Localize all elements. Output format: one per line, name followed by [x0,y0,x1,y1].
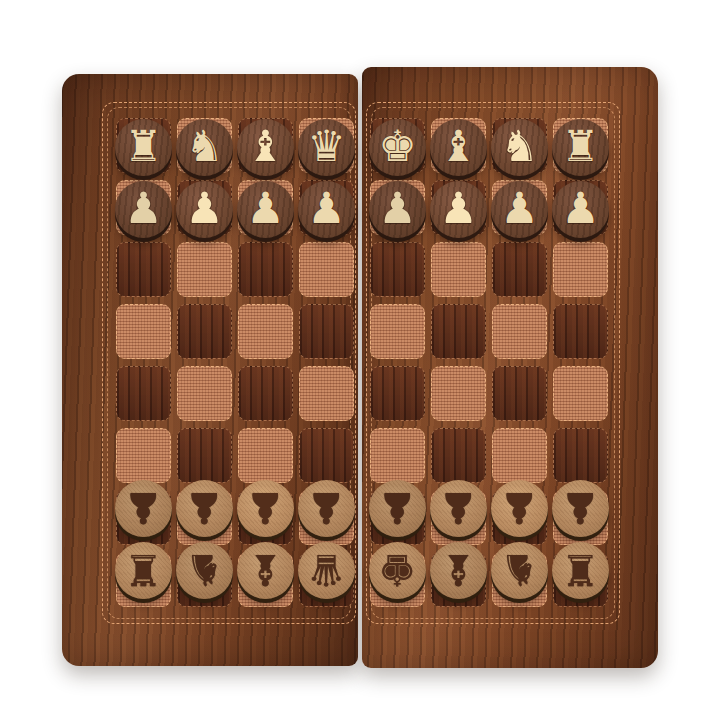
square-g3[interactable] [492,428,547,483]
piece-white-queen[interactable]: ♛ [298,542,355,599]
square-g6[interactable] [492,242,547,297]
square-e6[interactable] [370,242,425,297]
rook-glyph: ♜ [561,125,600,168]
piece-white-knight[interactable]: ♞ [176,542,233,599]
piece-black-bishop[interactable]: ♝ [430,119,487,176]
pawn-glyph: ♟ [378,187,417,230]
piece-white-pawn[interactable]: ♟ [369,480,426,537]
pawn-glyph: ♟ [500,187,539,230]
square-b3[interactable] [177,428,232,483]
square-g4[interactable] [492,366,547,421]
square-h8[interactable]: ♜ [553,118,608,173]
square-b7[interactable]: ♟ [177,180,232,235]
square-h7[interactable]: ♟ [553,180,608,235]
piece-white-pawn[interactable]: ♟ [552,480,609,537]
queen-glyph: ♛ [307,125,346,168]
piece-white-bishop[interactable]: ♝ [237,542,294,599]
square-a5[interactable] [116,304,171,359]
piece-black-rook[interactable]: ♜ [552,119,609,176]
square-c6[interactable] [238,242,293,297]
square-h4[interactable] [553,366,608,421]
square-c3[interactable] [238,428,293,483]
board-grid-left: ♜♞♝♛♟♟♟♟♟♟♟♟♜♞♝♛ [116,118,354,607]
pawn-glyph: ♟ [307,187,346,230]
square-b1[interactable]: ♞ [177,552,232,607]
rook-glyph: ♜ [124,548,163,591]
pawn-glyph: ♟ [500,486,539,529]
square-c1[interactable]: ♝ [238,552,293,607]
square-g7[interactable]: ♟ [492,180,547,235]
square-d7[interactable]: ♟ [299,180,354,235]
square-h1[interactable]: ♜ [553,552,608,607]
square-f7[interactable]: ♟ [431,180,486,235]
piece-black-knight[interactable]: ♞ [491,119,548,176]
knight-glyph: ♞ [185,548,224,591]
square-e5[interactable] [370,304,425,359]
rook-glyph: ♜ [124,125,163,168]
square-d8[interactable]: ♛ [299,118,354,173]
square-c2[interactable]: ♟ [238,490,293,545]
piece-white-pawn[interactable]: ♟ [491,480,548,537]
square-a8[interactable]: ♜ [116,118,171,173]
knight-glyph: ♞ [500,548,539,591]
pawn-glyph: ♟ [439,187,478,230]
pawn-glyph: ♟ [561,187,600,230]
pawn-glyph: ♟ [185,486,224,529]
piece-black-pawn[interactable]: ♟ [176,181,233,238]
square-b4[interactable] [177,366,232,421]
square-f4[interactable] [431,366,486,421]
square-d6[interactable] [299,242,354,297]
piece-black-king[interactable]: ♚ [369,119,426,176]
piece-black-knight[interactable]: ♞ [176,119,233,176]
square-a6[interactable] [116,242,171,297]
square-d2[interactable]: ♟ [299,490,354,545]
square-a3[interactable] [116,428,171,483]
bishop-glyph: ♝ [246,125,285,168]
pawn-glyph: ♟ [378,486,417,529]
pawn-glyph: ♟ [307,486,346,529]
piece-white-pawn[interactable]: ♟ [115,480,172,537]
knight-glyph: ♞ [185,125,224,168]
piece-black-pawn[interactable]: ♟ [115,181,172,238]
king-glyph: ♚ [378,125,417,168]
piece-white-pawn[interactable]: ♟ [237,480,294,537]
bishop-glyph: ♝ [439,125,478,168]
piece-white-rook[interactable]: ♜ [115,542,172,599]
piece-white-pawn[interactable]: ♟ [298,480,355,537]
square-e8[interactable]: ♚ [370,118,425,173]
square-d1[interactable]: ♛ [299,552,354,607]
piece-white-pawn[interactable]: ♟ [176,480,233,537]
square-f2[interactable]: ♟ [431,490,486,545]
pawn-glyph: ♟ [124,187,163,230]
square-h5[interactable] [553,304,608,359]
square-g1[interactable]: ♞ [492,552,547,607]
square-d3[interactable] [299,428,354,483]
square-d4[interactable] [299,366,354,421]
square-f1[interactable]: ♝ [431,552,486,607]
rook-glyph: ♜ [561,548,600,591]
pawn-glyph: ♟ [561,486,600,529]
piece-black-pawn[interactable]: ♟ [298,181,355,238]
square-a1[interactable]: ♜ [116,552,171,607]
knight-glyph: ♞ [500,125,539,168]
bishop-glyph: ♝ [246,548,285,591]
square-h3[interactable] [553,428,608,483]
square-b2[interactable]: ♟ [177,490,232,545]
piece-white-bishop[interactable]: ♝ [430,542,487,599]
queen-glyph: ♛ [307,548,346,591]
square-c5[interactable] [238,304,293,359]
piece-black-pawn[interactable]: ♟ [491,181,548,238]
piece-black-rook[interactable]: ♜ [115,119,172,176]
pawn-glyph: ♟ [246,486,285,529]
pawn-glyph: ♟ [185,187,224,230]
piece-black-pawn[interactable]: ♟ [369,181,426,238]
square-e3[interactable] [370,428,425,483]
square-h2[interactable]: ♟ [553,490,608,545]
square-a7[interactable]: ♟ [116,180,171,235]
piece-white-pawn[interactable]: ♟ [430,480,487,537]
pawn-glyph: ♟ [439,486,478,529]
square-b8[interactable]: ♞ [177,118,232,173]
square-b5[interactable] [177,304,232,359]
square-g2[interactable]: ♟ [492,490,547,545]
piece-black-queen[interactable]: ♛ [298,119,355,176]
square-h6[interactable] [553,242,608,297]
square-c4[interactable] [238,366,293,421]
piece-black-bishop[interactable]: ♝ [237,119,294,176]
piece-white-king[interactable]: ♚ [369,542,426,599]
photo-background: ♜♞♝♛♟♟♟♟♟♟♟♟♜♞♝♛ ♚♝♞♜♟♟♟♟♟♟♟♟♚♝♞♜ [0,0,720,720]
square-e7[interactable]: ♟ [370,180,425,235]
square-f5[interactable] [431,304,486,359]
square-b6[interactable] [177,242,232,297]
square-e1[interactable]: ♚ [370,552,425,607]
square-f3[interactable] [431,428,486,483]
square-d5[interactable] [299,304,354,359]
square-c7[interactable]: ♟ [238,180,293,235]
square-e2[interactable]: ♟ [370,490,425,545]
piece-black-pawn[interactable]: ♟ [552,181,609,238]
square-a4[interactable] [116,366,171,421]
square-e4[interactable] [370,366,425,421]
bishop-glyph: ♝ [439,548,478,591]
square-c8[interactable]: ♝ [238,118,293,173]
pawn-glyph: ♟ [124,486,163,529]
pawn-glyph: ♟ [246,187,285,230]
king-glyph: ♚ [378,548,417,591]
board-grid-right: ♚♝♞♜♟♟♟♟♟♟♟♟♚♝♞♜ [370,118,608,607]
piece-black-pawn[interactable]: ♟ [237,181,294,238]
square-g5[interactable] [492,304,547,359]
piece-white-rook[interactable]: ♜ [552,542,609,599]
square-f6[interactable] [431,242,486,297]
square-a2[interactable]: ♟ [116,490,171,545]
square-f8[interactable]: ♝ [431,118,486,173]
piece-black-pawn[interactable]: ♟ [430,181,487,238]
piece-white-knight[interactable]: ♞ [491,542,548,599]
square-g8[interactable]: ♞ [492,118,547,173]
